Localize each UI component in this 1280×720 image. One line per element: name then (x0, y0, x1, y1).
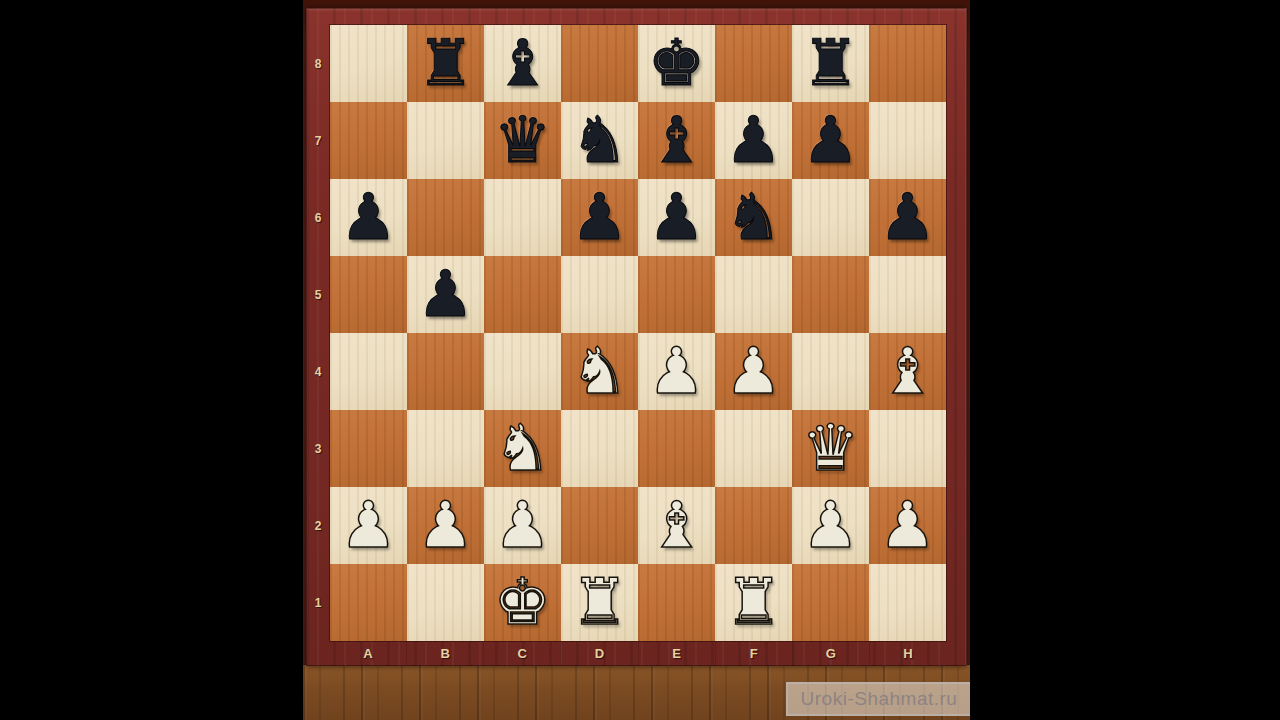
white-queen-piece: ♛ (792, 410, 869, 487)
square-g7: ♟ (792, 102, 869, 179)
white-pawn-piece: ♟ (715, 333, 792, 410)
square-a6: ♟ (330, 179, 407, 256)
square-b6 (407, 179, 484, 256)
square-g2: ♟ (792, 487, 869, 564)
rank-labels: 87654321 (306, 25, 330, 641)
black-queen-piece: ♛ (484, 102, 561, 179)
square-d4: ♞ (561, 333, 638, 410)
square-b5: ♟ (407, 256, 484, 333)
square-b2: ♟ (407, 487, 484, 564)
square-h5 (869, 256, 946, 333)
square-b8: ♜ (407, 25, 484, 102)
file-labels: ABCDEFGH (330, 641, 946, 666)
white-pawn-piece: ♟ (869, 487, 946, 564)
rank-label-7: 7 (306, 102, 330, 179)
rank-label-1: 1 (306, 564, 330, 641)
black-pawn-piece: ♟ (792, 102, 869, 179)
square-g6 (792, 179, 869, 256)
square-b7 (407, 102, 484, 179)
black-pawn-piece: ♟ (869, 179, 946, 256)
chessboard-frame: 87654321 ♜♝♚♜♛♞♝♟♟♟♟♟♞♟♟♞♟♟♝♞♛♟♟♟♝♟♟♚♜♜ … (306, 8, 967, 666)
rank-label-3: 3 (306, 410, 330, 487)
square-h2: ♟ (869, 487, 946, 564)
file-label-c: C (483, 641, 560, 666)
black-knight-piece: ♞ (561, 102, 638, 179)
square-b4 (407, 333, 484, 410)
watermark-badge: Uroki-Shahmat.ru (786, 682, 970, 716)
white-king-piece: ♚ (484, 564, 561, 641)
black-rook-piece: ♜ (792, 25, 869, 102)
square-c2: ♟ (484, 487, 561, 564)
file-label-a: A (330, 641, 406, 666)
square-a5 (330, 256, 407, 333)
square-h3 (869, 410, 946, 487)
square-d1: ♜ (561, 564, 638, 641)
square-e4: ♟ (638, 333, 715, 410)
square-a1 (330, 564, 407, 641)
square-c1: ♚ (484, 564, 561, 641)
letterboxed-stage: 87654321 ♜♝♚♜♛♞♝♟♟♟♟♟♞♟♟♞♟♟♝♞♛♟♟♟♝♟♟♚♜♜ … (0, 0, 1280, 720)
square-a3 (330, 410, 407, 487)
square-c7: ♛ (484, 102, 561, 179)
file-label-g: G (792, 641, 869, 666)
white-pawn-piece: ♟ (407, 487, 484, 564)
file-label-f: F (715, 641, 792, 666)
square-e1 (638, 564, 715, 641)
square-f6: ♞ (715, 179, 792, 256)
square-a8 (330, 25, 407, 102)
white-rook-piece: ♜ (715, 564, 792, 641)
white-pawn-piece: ♟ (638, 333, 715, 410)
square-f4: ♟ (715, 333, 792, 410)
square-a2: ♟ (330, 487, 407, 564)
square-h1 (869, 564, 946, 641)
square-d5 (561, 256, 638, 333)
square-d2 (561, 487, 638, 564)
square-f5 (715, 256, 792, 333)
square-g3: ♛ (792, 410, 869, 487)
square-d6: ♟ (561, 179, 638, 256)
square-h4: ♝ (869, 333, 946, 410)
file-label-e: E (638, 641, 715, 666)
square-g4 (792, 333, 869, 410)
square-e2: ♝ (638, 487, 715, 564)
square-c4 (484, 333, 561, 410)
black-pawn-piece: ♟ (407, 256, 484, 333)
black-pawn-piece: ♟ (638, 179, 715, 256)
square-c8: ♝ (484, 25, 561, 102)
square-g5 (792, 256, 869, 333)
square-d7: ♞ (561, 102, 638, 179)
square-d8 (561, 25, 638, 102)
white-bishop-piece: ♝ (638, 487, 715, 564)
square-b1 (407, 564, 484, 641)
rank-label-6: 6 (306, 179, 330, 256)
square-h6: ♟ (869, 179, 946, 256)
rank-label-8: 8 (306, 25, 330, 102)
square-f2 (715, 487, 792, 564)
square-h7 (869, 102, 946, 179)
rank-label-5: 5 (306, 256, 330, 333)
square-e7: ♝ (638, 102, 715, 179)
black-pawn-piece: ♟ (330, 179, 407, 256)
white-knight-piece: ♞ (561, 333, 638, 410)
file-label-d: D (560, 641, 637, 666)
square-c5 (484, 256, 561, 333)
black-king-piece: ♚ (638, 25, 715, 102)
white-bishop-piece: ♝ (869, 333, 946, 410)
square-f7: ♟ (715, 102, 792, 179)
square-a4 (330, 333, 407, 410)
black-pawn-piece: ♟ (715, 102, 792, 179)
black-bishop-piece: ♝ (638, 102, 715, 179)
square-e8: ♚ (638, 25, 715, 102)
square-g1 (792, 564, 869, 641)
square-e6: ♟ (638, 179, 715, 256)
file-label-h: H (869, 641, 946, 666)
square-a7 (330, 102, 407, 179)
square-b3 (407, 410, 484, 487)
square-e3 (638, 410, 715, 487)
rank-label-2: 2 (306, 487, 330, 564)
black-pawn-piece: ♟ (561, 179, 638, 256)
board: ♜♝♚♜♛♞♝♟♟♟♟♟♞♟♟♞♟♟♝♞♛♟♟♟♝♟♟♚♜♜ (330, 25, 946, 641)
file-label-b: B (406, 641, 483, 666)
rank-label-4: 4 (306, 333, 330, 410)
square-e5 (638, 256, 715, 333)
white-knight-piece: ♞ (484, 410, 561, 487)
video-frame: 87654321 ♜♝♚♜♛♞♝♟♟♟♟♟♞♟♟♞♟♟♝♞♛♟♟♟♝♟♟♚♜♜ … (303, 0, 970, 720)
square-d3 (561, 410, 638, 487)
black-bishop-piece: ♝ (484, 25, 561, 102)
square-h8 (869, 25, 946, 102)
white-pawn-piece: ♟ (484, 487, 561, 564)
square-c6 (484, 179, 561, 256)
watermark-text: Uroki-Shahmat.ru (801, 688, 958, 710)
square-c3: ♞ (484, 410, 561, 487)
white-pawn-piece: ♟ (792, 487, 869, 564)
black-knight-piece: ♞ (715, 179, 792, 256)
white-pawn-piece: ♟ (330, 487, 407, 564)
square-f1: ♜ (715, 564, 792, 641)
black-rook-piece: ♜ (407, 25, 484, 102)
square-f3 (715, 410, 792, 487)
white-rook-piece: ♜ (561, 564, 638, 641)
square-g8: ♜ (792, 25, 869, 102)
square-f8 (715, 25, 792, 102)
